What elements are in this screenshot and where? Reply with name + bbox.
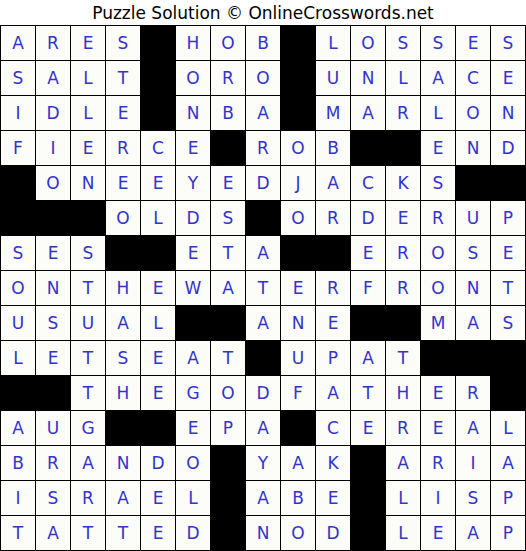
black-cell	[246, 201, 281, 236]
letter-cell: O	[211, 26, 246, 61]
letter-cell: C	[316, 411, 351, 446]
letter-cell: L	[176, 481, 211, 516]
puzzle-solution-page: Puzzle Solution © OnlineCrosswords.net A…	[0, 0, 526, 551]
letter-cell: D	[176, 201, 211, 236]
letter-cell: A	[316, 166, 351, 201]
letter-cell: E	[71, 131, 106, 166]
letter-cell: S	[106, 341, 141, 376]
black-cell	[246, 341, 281, 376]
letter-cell: N	[36, 271, 71, 306]
letter-cell: O	[36, 166, 71, 201]
letter-cell: A	[106, 306, 141, 341]
letter-cell: C	[141, 131, 176, 166]
letter-cell: L	[386, 516, 421, 551]
black-cell	[36, 201, 71, 236]
black-cell	[281, 26, 316, 61]
letter-cell: L	[421, 96, 456, 131]
black-cell	[281, 96, 316, 131]
letter-cell: P	[316, 341, 351, 376]
letter-cell: O	[351, 26, 386, 61]
letter-cell: T	[1, 516, 36, 551]
letter-cell: I	[36, 131, 71, 166]
letter-cell: E	[176, 131, 211, 166]
black-cell	[211, 306, 246, 341]
letter-cell: S	[211, 201, 246, 236]
letter-cell: G	[176, 376, 211, 411]
black-cell	[316, 236, 351, 271]
black-cell	[211, 446, 246, 481]
letter-cell: D	[36, 96, 71, 131]
letter-cell: A	[421, 61, 456, 96]
letter-cell: R	[71, 481, 106, 516]
letter-cell: I	[421, 481, 456, 516]
letter-cell: R	[456, 376, 491, 411]
letter-cell: T	[71, 341, 106, 376]
black-cell	[281, 236, 316, 271]
letter-cell: M	[316, 96, 351, 131]
black-cell	[141, 26, 176, 61]
letter-cell: E	[281, 271, 316, 306]
letter-cell: O	[176, 446, 211, 481]
letter-cell: P	[491, 481, 526, 516]
letter-cell: W	[176, 271, 211, 306]
letter-cell: E	[106, 96, 141, 131]
letter-cell: A	[456, 306, 491, 341]
letter-cell: A	[246, 481, 281, 516]
letter-cell: D	[351, 201, 386, 236]
black-cell	[211, 131, 246, 166]
letter-cell: A	[281, 446, 316, 481]
letter-cell: S	[421, 166, 456, 201]
black-cell	[351, 481, 386, 516]
letter-cell: Y	[246, 446, 281, 481]
letter-cell: E	[386, 201, 421, 236]
letter-cell: F	[351, 271, 386, 306]
letter-cell: N	[491, 96, 526, 131]
letter-cell: B	[316, 131, 351, 166]
letter-cell: L	[71, 96, 106, 131]
letter-cell: E	[36, 236, 71, 271]
letter-cell: A	[456, 516, 491, 551]
letter-cell: A	[106, 481, 141, 516]
letter-cell: R	[421, 201, 456, 236]
letter-cell: H	[176, 26, 211, 61]
letter-cell: E	[141, 376, 176, 411]
letter-cell: N	[456, 131, 491, 166]
letter-cell: T	[106, 516, 141, 551]
letter-cell: L	[491, 411, 526, 446]
letter-cell: S	[106, 26, 141, 61]
black-cell	[1, 201, 36, 236]
letter-cell: P	[491, 516, 526, 551]
letter-cell: A	[36, 516, 71, 551]
letter-cell: P	[491, 201, 526, 236]
black-cell	[386, 131, 421, 166]
letter-cell: N	[281, 306, 316, 341]
letter-cell: T	[246, 271, 281, 306]
letter-cell: A	[211, 271, 246, 306]
letter-cell: R	[386, 236, 421, 271]
letter-cell: A	[176, 341, 211, 376]
letter-cell: O	[456, 96, 491, 131]
letter-cell: D	[246, 376, 281, 411]
letter-cell: L	[141, 201, 176, 236]
letter-cell: P	[211, 411, 246, 446]
letter-cell: A	[386, 446, 421, 481]
letter-cell: R	[211, 61, 246, 96]
black-cell	[351, 446, 386, 481]
letter-cell: R	[246, 131, 281, 166]
letter-cell: E	[351, 411, 386, 446]
letter-cell: A	[1, 26, 36, 61]
letter-cell: E	[141, 481, 176, 516]
letter-cell: T	[71, 516, 106, 551]
letter-cell: D	[141, 446, 176, 481]
black-cell	[351, 131, 386, 166]
letter-cell: R	[36, 26, 71, 61]
letter-cell: L	[71, 61, 106, 96]
black-cell	[141, 236, 176, 271]
letter-cell: D	[176, 516, 211, 551]
letter-cell: O	[211, 376, 246, 411]
black-cell	[36, 376, 71, 411]
letter-cell: N	[246, 516, 281, 551]
letter-cell: T	[71, 271, 106, 306]
letter-cell: N	[176, 96, 211, 131]
black-cell	[211, 516, 246, 551]
letter-cell: H	[106, 271, 141, 306]
letter-cell: F	[281, 376, 316, 411]
letter-cell: T	[211, 341, 246, 376]
letter-cell: E	[71, 26, 106, 61]
letter-cell: A	[36, 61, 71, 96]
letter-cell: O	[281, 201, 316, 236]
letter-cell: E	[141, 271, 176, 306]
letter-cell: S	[36, 306, 71, 341]
black-cell	[141, 61, 176, 96]
letter-cell: A	[456, 411, 491, 446]
black-cell	[141, 96, 176, 131]
letter-cell: N	[351, 61, 386, 96]
letter-cell: E	[141, 166, 176, 201]
letter-cell: T	[351, 376, 386, 411]
letter-cell: A	[246, 411, 281, 446]
letter-cell: E	[176, 236, 211, 271]
black-cell	[106, 411, 141, 446]
black-cell	[176, 306, 211, 341]
letter-cell: E	[421, 411, 456, 446]
letter-cell: U	[281, 341, 316, 376]
letter-cell: E	[141, 341, 176, 376]
letter-cell: D	[246, 166, 281, 201]
letter-cell: S	[71, 236, 106, 271]
letter-cell: S	[456, 236, 491, 271]
black-cell	[456, 166, 491, 201]
letter-cell: D	[316, 516, 351, 551]
black-cell	[141, 411, 176, 446]
letter-cell: R	[316, 201, 351, 236]
letter-cell: E	[351, 236, 386, 271]
letter-cell: T	[386, 341, 421, 376]
letter-cell: O	[281, 516, 316, 551]
letter-cell: E	[106, 166, 141, 201]
letter-cell: L	[316, 26, 351, 61]
letter-cell: M	[421, 306, 456, 341]
black-cell	[456, 341, 491, 376]
black-cell	[106, 236, 141, 271]
letter-cell: A	[491, 446, 526, 481]
letter-cell: O	[106, 201, 141, 236]
letter-cell: E	[491, 61, 526, 96]
letter-cell: L	[386, 61, 421, 96]
letter-cell: S	[491, 306, 526, 341]
letter-cell: L	[1, 341, 36, 376]
black-cell	[281, 61, 316, 96]
letter-cell: R	[386, 271, 421, 306]
black-cell	[71, 201, 106, 236]
letter-cell: T	[211, 236, 246, 271]
letter-cell: B	[1, 446, 36, 481]
black-cell	[491, 166, 526, 201]
letter-cell: T	[491, 271, 526, 306]
black-cell	[211, 481, 246, 516]
letter-cell: L	[386, 481, 421, 516]
letter-cell: S	[1, 236, 36, 271]
letter-cell: H	[386, 376, 421, 411]
letter-cell: B	[246, 26, 281, 61]
letter-cell: I	[1, 481, 36, 516]
letter-cell: R	[386, 411, 421, 446]
letter-cell: N	[456, 271, 491, 306]
letter-cell: D	[491, 131, 526, 166]
letter-cell: S	[421, 26, 456, 61]
letter-cell: O	[281, 131, 316, 166]
letter-cell: U	[36, 411, 71, 446]
letter-cell: I	[456, 446, 491, 481]
letter-cell: U	[71, 306, 106, 341]
black-cell	[491, 341, 526, 376]
letter-cell: R	[106, 131, 141, 166]
letter-cell: A	[246, 236, 281, 271]
letter-cell: E	[36, 341, 71, 376]
letter-cell: C	[351, 166, 386, 201]
letter-cell: A	[246, 96, 281, 131]
black-cell	[491, 376, 526, 411]
letter-cell: U	[316, 61, 351, 96]
letter-cell: E	[176, 411, 211, 446]
letter-cell: E	[421, 131, 456, 166]
letter-cell: A	[351, 341, 386, 376]
letter-cell: L	[141, 306, 176, 341]
letter-cell: K	[316, 446, 351, 481]
crossword-grid: ARESHOBLOSSESSALTOROUNLACEIDLENBAMARLONF…	[0, 25, 526, 551]
letter-cell: U	[456, 201, 491, 236]
letter-cell: E	[316, 481, 351, 516]
letter-cell: S	[386, 26, 421, 61]
letter-cell: S	[456, 481, 491, 516]
black-cell	[1, 376, 36, 411]
letter-cell: H	[106, 376, 141, 411]
black-cell	[386, 306, 421, 341]
letter-cell: O	[176, 61, 211, 96]
black-cell	[351, 516, 386, 551]
letter-cell: K	[386, 166, 421, 201]
letter-cell: S	[491, 26, 526, 61]
letter-cell: E	[316, 306, 351, 341]
black-cell	[421, 341, 456, 376]
letter-cell: O	[246, 61, 281, 96]
letter-cell: R	[421, 446, 456, 481]
letter-cell: E	[421, 516, 456, 551]
letter-cell: N	[106, 446, 141, 481]
letter-cell: B	[211, 96, 246, 131]
letter-cell: S	[1, 61, 36, 96]
black-cell	[351, 306, 386, 341]
letter-cell: O	[421, 271, 456, 306]
letter-cell: E	[141, 516, 176, 551]
letter-cell: E	[456, 26, 491, 61]
letter-cell: T	[106, 61, 141, 96]
letter-cell: A	[71, 446, 106, 481]
letter-cell: I	[1, 96, 36, 131]
black-cell	[281, 411, 316, 446]
letter-cell: U	[1, 306, 36, 341]
letter-cell: O	[1, 271, 36, 306]
letter-cell: F	[1, 131, 36, 166]
letter-cell: E	[421, 376, 456, 411]
letter-cell: E	[211, 166, 246, 201]
letter-cell: G	[71, 411, 106, 446]
black-cell	[1, 166, 36, 201]
letter-cell: Y	[176, 166, 211, 201]
letter-cell: R	[386, 96, 421, 131]
letter-cell: A	[316, 376, 351, 411]
letter-cell: J	[281, 166, 316, 201]
letter-cell: S	[36, 481, 71, 516]
letter-cell: A	[1, 411, 36, 446]
letter-cell: R	[36, 446, 71, 481]
letter-cell: T	[71, 376, 106, 411]
letter-cell: B	[281, 481, 316, 516]
letter-cell: A	[246, 306, 281, 341]
letter-cell: A	[351, 96, 386, 131]
letter-cell: N	[71, 166, 106, 201]
letter-cell: E	[491, 236, 526, 271]
letter-cell: C	[456, 61, 491, 96]
letter-cell: O	[421, 236, 456, 271]
letter-cell: R	[316, 271, 351, 306]
page-title: Puzzle Solution © OnlineCrosswords.net	[0, 0, 526, 25]
